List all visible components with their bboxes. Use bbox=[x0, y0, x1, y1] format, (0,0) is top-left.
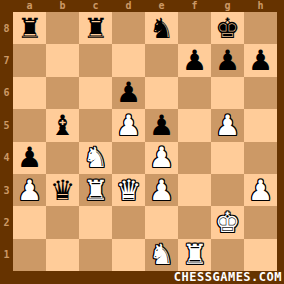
square-f3[interactable] bbox=[178, 174, 211, 206]
file-label-b: b bbox=[46, 0, 79, 12]
square-a8[interactable]: ♜ bbox=[13, 12, 46, 44]
square-e1[interactable]: ♞ bbox=[145, 239, 178, 271]
square-h5[interactable] bbox=[244, 109, 277, 141]
square-a1[interactable] bbox=[13, 239, 46, 271]
square-h4[interactable] bbox=[244, 142, 277, 174]
square-g4[interactable] bbox=[211, 142, 244, 174]
square-f7[interactable]: ♟ bbox=[178, 44, 211, 76]
black-bishop: ♝ bbox=[50, 110, 75, 141]
black-queen: ♛ bbox=[50, 175, 75, 206]
black-pawn: ♟ bbox=[17, 142, 42, 173]
square-d8[interactable] bbox=[112, 12, 145, 44]
file-labels: a b c d e f g h bbox=[13, 0, 277, 12]
file-label-e: e bbox=[145, 0, 178, 12]
square-b6[interactable] bbox=[46, 77, 79, 109]
square-b7[interactable] bbox=[46, 44, 79, 76]
square-f6[interactable] bbox=[178, 77, 211, 109]
rank-label-4: 4 bbox=[0, 142, 13, 174]
square-e8[interactable]: ♞ bbox=[145, 12, 178, 44]
black-pawn: ♟ bbox=[215, 45, 240, 76]
square-c1[interactable] bbox=[79, 239, 112, 271]
chess-board-frame: a b c d e f g h 8 7 6 5 4 3 2 1 ♜♜♞♚♟♟♟♟… bbox=[0, 0, 284, 284]
footer-bar: CHESSGAMES.COM bbox=[0, 271, 284, 284]
black-pawn: ♟ bbox=[248, 45, 273, 76]
square-b4[interactable] bbox=[46, 142, 79, 174]
file-label-a: a bbox=[13, 0, 46, 12]
square-d3[interactable]: ♛ bbox=[112, 174, 145, 206]
square-g1[interactable] bbox=[211, 239, 244, 271]
white-pawn: ♟ bbox=[149, 175, 174, 206]
square-f8[interactable] bbox=[178, 12, 211, 44]
square-g2[interactable]: ♚ bbox=[211, 206, 244, 238]
square-c3[interactable]: ♜ bbox=[79, 174, 112, 206]
square-g5[interactable]: ♟ bbox=[211, 109, 244, 141]
white-pawn: ♟ bbox=[248, 175, 273, 206]
square-d7[interactable] bbox=[112, 44, 145, 76]
black-pawn: ♟ bbox=[149, 110, 174, 141]
square-h7[interactable]: ♟ bbox=[244, 44, 277, 76]
square-f5[interactable] bbox=[178, 109, 211, 141]
white-pawn: ♟ bbox=[17, 175, 42, 206]
square-d1[interactable] bbox=[112, 239, 145, 271]
square-e7[interactable] bbox=[145, 44, 178, 76]
white-knight: ♞ bbox=[149, 239, 174, 270]
rank-label-6: 6 bbox=[0, 77, 13, 109]
square-e4[interactable]: ♟ bbox=[145, 142, 178, 174]
white-pawn: ♟ bbox=[215, 110, 240, 141]
file-label-c: c bbox=[79, 0, 112, 12]
black-king: ♚ bbox=[215, 13, 240, 44]
rank-label-2: 2 bbox=[0, 206, 13, 238]
square-d6[interactable]: ♟ bbox=[112, 77, 145, 109]
square-b3[interactable]: ♛ bbox=[46, 174, 79, 206]
square-c4[interactable]: ♞ bbox=[79, 142, 112, 174]
square-c5[interactable] bbox=[79, 109, 112, 141]
file-label-g: g bbox=[211, 0, 244, 12]
white-pawn: ♟ bbox=[116, 110, 141, 141]
square-f1[interactable]: ♜ bbox=[178, 239, 211, 271]
rank-labels: 8 7 6 5 4 3 2 1 bbox=[0, 12, 13, 271]
square-a6[interactable] bbox=[13, 77, 46, 109]
rank-label-7: 7 bbox=[0, 44, 13, 76]
square-e3[interactable]: ♟ bbox=[145, 174, 178, 206]
black-rook: ♜ bbox=[17, 13, 42, 44]
square-c7[interactable] bbox=[79, 44, 112, 76]
square-b1[interactable] bbox=[46, 239, 79, 271]
square-d2[interactable] bbox=[112, 206, 145, 238]
square-a2[interactable] bbox=[13, 206, 46, 238]
file-label-d: d bbox=[112, 0, 145, 12]
square-g3[interactable] bbox=[211, 174, 244, 206]
square-f2[interactable] bbox=[178, 206, 211, 238]
white-king: ♚ bbox=[215, 207, 240, 238]
white-rook: ♜ bbox=[83, 175, 108, 206]
square-a3[interactable]: ♟ bbox=[13, 174, 46, 206]
square-c2[interactable] bbox=[79, 206, 112, 238]
square-b2[interactable] bbox=[46, 206, 79, 238]
black-rook: ♜ bbox=[83, 13, 108, 44]
rank-label-5: 5 bbox=[0, 109, 13, 141]
file-label-h: h bbox=[244, 0, 277, 12]
square-c8[interactable]: ♜ bbox=[79, 12, 112, 44]
rank-label-1: 1 bbox=[0, 239, 13, 271]
square-e6[interactable] bbox=[145, 77, 178, 109]
chess-board: ♜♜♞♚♟♟♟♟♝♟♟♟♟♞♟♟♛♜♛♟♟♚♞♜ bbox=[13, 12, 277, 271]
square-c6[interactable] bbox=[79, 77, 112, 109]
rank-label-8: 8 bbox=[0, 12, 13, 44]
square-h2[interactable] bbox=[244, 206, 277, 238]
square-e2[interactable] bbox=[145, 206, 178, 238]
square-a7[interactable] bbox=[13, 44, 46, 76]
square-b8[interactable] bbox=[46, 12, 79, 44]
black-knight: ♞ bbox=[149, 13, 174, 44]
watermark-chessgames: CHESSGAMES.COM bbox=[174, 271, 284, 284]
square-e5[interactable]: ♟ bbox=[145, 109, 178, 141]
square-h8[interactable] bbox=[244, 12, 277, 44]
rank-label-3: 3 bbox=[0, 174, 13, 206]
black-pawn: ♟ bbox=[182, 45, 207, 76]
square-f4[interactable] bbox=[178, 142, 211, 174]
white-rook: ♜ bbox=[182, 239, 207, 270]
black-pawn: ♟ bbox=[116, 77, 141, 108]
square-d4[interactable] bbox=[112, 142, 145, 174]
file-label-f: f bbox=[178, 0, 211, 12]
square-h3[interactable]: ♟ bbox=[244, 174, 277, 206]
square-a5[interactable] bbox=[13, 109, 46, 141]
square-b5[interactable]: ♝ bbox=[46, 109, 79, 141]
white-pawn: ♟ bbox=[149, 142, 174, 173]
square-g6[interactable] bbox=[211, 77, 244, 109]
square-h1[interactable] bbox=[244, 239, 277, 271]
square-g8[interactable]: ♚ bbox=[211, 12, 244, 44]
white-knight: ♞ bbox=[83, 142, 108, 173]
white-queen: ♛ bbox=[116, 175, 141, 206]
square-h6[interactable] bbox=[244, 77, 277, 109]
square-g7[interactable]: ♟ bbox=[211, 44, 244, 76]
square-a4[interactable]: ♟ bbox=[13, 142, 46, 174]
square-d5[interactable]: ♟ bbox=[112, 109, 145, 141]
